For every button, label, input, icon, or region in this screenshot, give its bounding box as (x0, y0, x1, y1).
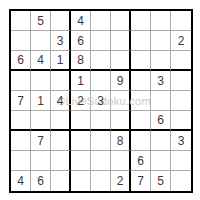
cell-r2c9[interactable]: 2 (171, 31, 191, 51)
cell-r8c9[interactable] (171, 151, 191, 171)
cell-r9c7[interactable]: 7 (131, 171, 151, 191)
cell-r8c4[interactable] (71, 151, 91, 171)
cell-r5c8[interactable] (151, 91, 171, 111)
cell-r4c3[interactable] (51, 71, 71, 91)
cell-r5c3[interactable]: 4 (51, 91, 71, 111)
cell-r1c3[interactable] (51, 11, 71, 31)
cell-r9c8[interactable]: 5 (151, 171, 171, 191)
cell-r6c5[interactable] (91, 111, 111, 131)
cell-r9c6[interactable]: 2 (111, 171, 131, 191)
cell-r3c3[interactable]: 1 (51, 51, 71, 71)
cell-r7c7[interactable] (131, 131, 151, 151)
cell-r1c4[interactable]: 4 (71, 11, 91, 31)
cell-r7c6[interactable]: 8 (111, 131, 131, 151)
given-digit: 3 (57, 35, 64, 47)
cell-r8c8[interactable] (151, 151, 171, 171)
given-digit: 1 (37, 95, 44, 107)
cell-r3c6[interactable] (111, 51, 131, 71)
cell-r6c1[interactable] (11, 111, 31, 131)
cell-r3c5[interactable] (91, 51, 111, 71)
given-digit: 4 (77, 15, 84, 27)
given-digit: 4 (17, 175, 24, 187)
given-digit: 4 (37, 54, 44, 66)
cell-r1c2[interactable]: 5 (31, 11, 51, 31)
given-digit: 2 (178, 35, 185, 47)
given-digit: 2 (77, 95, 84, 107)
given-digit: 7 (137, 175, 144, 187)
cell-r2c1[interactable] (11, 31, 31, 51)
cell-r5c7[interactable] (131, 91, 151, 111)
cell-r7c3[interactable] (51, 131, 71, 151)
cell-r6c8[interactable]: 6 (151, 111, 171, 131)
cell-r5c2[interactable]: 1 (31, 91, 51, 111)
cell-r4c1[interactable] (11, 71, 31, 91)
cell-r7c8[interactable] (151, 131, 171, 151)
cell-r4c5[interactable] (91, 71, 111, 91)
given-digit: 2 (117, 175, 124, 187)
given-digit: 3 (97, 95, 104, 107)
cell-r3c1[interactable]: 6 (11, 51, 31, 71)
cell-r4c6[interactable]: 9 (111, 71, 131, 91)
cell-r7c5[interactable] (91, 131, 111, 151)
cell-r5c4[interactable]: 2 (71, 91, 91, 111)
given-digit: 6 (137, 155, 144, 167)
cell-r7c2[interactable]: 7 (31, 131, 51, 151)
cell-r1c8[interactable] (151, 11, 171, 31)
cell-r1c1[interactable] (11, 11, 31, 31)
cell-r1c7[interactable] (131, 11, 151, 31)
given-digit: 5 (37, 15, 44, 27)
cell-r1c6[interactable] (111, 11, 131, 31)
cell-r7c9[interactable]: 3 (171, 131, 191, 151)
given-digit: 1 (57, 54, 64, 66)
cell-r9c4[interactable] (71, 171, 91, 191)
given-digit: 9 (117, 75, 124, 87)
given-digit: 8 (77, 54, 84, 66)
sudoku-board: 543626418193714236783646275 (9, 9, 193, 193)
cell-r5c5[interactable]: 3 (91, 91, 111, 111)
sudoku-puzzle-image: 543626418193714236783646275 ©LiveSudoku.… (0, 0, 200, 200)
cell-r6c2[interactable] (31, 111, 51, 131)
cell-r4c9[interactable] (171, 71, 191, 91)
given-digit: 3 (157, 75, 164, 87)
given-digit: 7 (37, 135, 44, 147)
cell-r7c4[interactable] (71, 131, 91, 151)
given-digit: 6 (37, 175, 44, 187)
cell-r9c9[interactable] (171, 171, 191, 191)
cell-r3c7[interactable] (131, 51, 151, 71)
cell-r8c5[interactable] (91, 151, 111, 171)
given-digit: 8 (117, 135, 124, 147)
cell-r3c4[interactable]: 8 (71, 51, 91, 71)
cell-r2c8[interactable] (151, 31, 171, 51)
cell-r6c4[interactable] (71, 111, 91, 131)
cell-r2c4[interactable]: 6 (71, 31, 91, 51)
cell-r8c6[interactable] (111, 151, 131, 171)
cell-r4c4[interactable]: 1 (71, 71, 91, 91)
given-digit: 4 (57, 95, 64, 107)
given-digit: 1 (77, 75, 84, 87)
given-digit: 6 (77, 35, 84, 47)
cell-r4c2[interactable] (31, 71, 51, 91)
cell-r9c1[interactable]: 4 (11, 171, 31, 191)
cell-r5c1[interactable]: 7 (11, 91, 31, 111)
cell-r8c2[interactable] (31, 151, 51, 171)
cell-r3c9[interactable] (171, 51, 191, 71)
cell-r6c6[interactable] (111, 111, 131, 131)
cell-r6c7[interactable] (131, 111, 151, 131)
given-digit: 7 (17, 95, 24, 107)
cell-r6c9[interactable] (171, 111, 191, 131)
cell-r2c7[interactable] (131, 31, 151, 51)
cell-r2c3[interactable]: 3 (51, 31, 71, 51)
cell-r5c9[interactable] (171, 91, 191, 111)
given-digit: 5 (157, 175, 164, 187)
cell-r9c5[interactable] (91, 171, 111, 191)
cell-r9c2[interactable]: 6 (31, 171, 51, 191)
given-digit: 6 (157, 114, 164, 126)
cell-r8c3[interactable] (51, 151, 71, 171)
cell-r1c5[interactable] (91, 11, 111, 31)
given-digit: 6 (17, 54, 24, 66)
cell-r6c3[interactable] (51, 111, 71, 131)
cell-r2c6[interactable] (111, 31, 131, 51)
cell-r4c8[interactable]: 3 (151, 71, 171, 91)
cell-r2c5[interactable] (91, 31, 111, 51)
cell-r2c2[interactable] (31, 31, 51, 51)
cell-r8c7[interactable]: 6 (131, 151, 151, 171)
cell-r5c6[interactable] (111, 91, 131, 111)
cell-r3c8[interactable] (151, 51, 171, 71)
cell-r8c1[interactable] (11, 151, 31, 171)
cell-r1c9[interactable] (171, 11, 191, 31)
cell-r3c2[interactable]: 4 (31, 51, 51, 71)
cell-r4c7[interactable] (131, 71, 151, 91)
given-digit: 3 (178, 135, 185, 147)
cell-r9c3[interactable] (51, 171, 71, 191)
cell-r7c1[interactable] (11, 131, 31, 151)
